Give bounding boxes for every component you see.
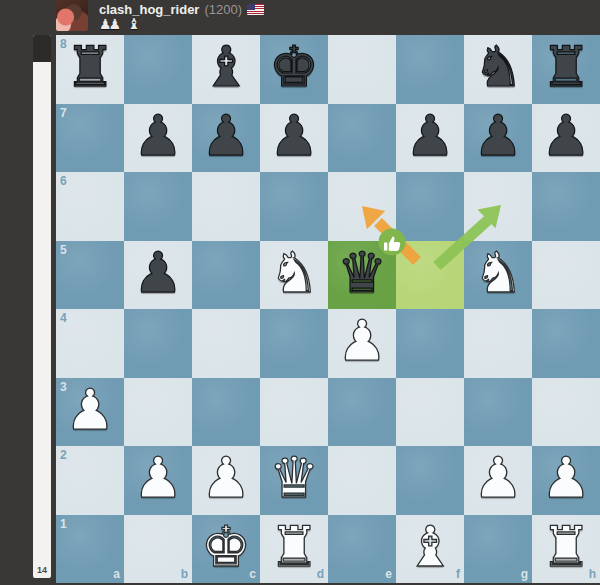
- square-c1[interactable]: c♚: [192, 515, 260, 584]
- square-d4[interactable]: [260, 309, 328, 378]
- square-h7[interactable]: ♟: [532, 104, 600, 173]
- piece-black-rook[interactable]: ♜: [541, 39, 591, 95]
- square-a3[interactable]: 3♟: [56, 378, 124, 447]
- square-g3[interactable]: [464, 378, 532, 447]
- piece-black-bishop[interactable]: ♝: [201, 39, 251, 95]
- player-rating: (1200): [204, 2, 242, 17]
- square-g2[interactable]: ♟: [464, 446, 532, 515]
- square-e6[interactable]: [328, 172, 396, 241]
- square-e2[interactable]: [328, 446, 396, 515]
- square-e1[interactable]: e: [328, 515, 396, 584]
- square-a1[interactable]: 1a: [56, 515, 124, 584]
- square-d1[interactable]: d♜: [260, 515, 328, 584]
- file-label-f: f: [456, 568, 460, 580]
- square-h6[interactable]: [532, 172, 600, 241]
- file-label-e: e: [385, 568, 392, 580]
- square-f7[interactable]: ♟: [396, 104, 464, 173]
- square-d6[interactable]: [260, 172, 328, 241]
- square-f3[interactable]: [396, 378, 464, 447]
- piece-black-pawn[interactable]: ♟: [201, 108, 251, 164]
- piece-black-pawn[interactable]: ♟: [269, 108, 319, 164]
- square-h8[interactable]: ♜: [532, 35, 600, 104]
- player-header: clash_hog_rider (1200) ♟♟♝: [0, 0, 600, 35]
- piece-white-knight[interactable]: ♞: [473, 245, 523, 301]
- square-g5[interactable]: ♞: [464, 241, 532, 310]
- piece-white-rook[interactable]: ♜: [541, 519, 591, 575]
- rank-label-7: 7: [60, 107, 67, 119]
- rank-label-2: 2: [60, 449, 67, 461]
- square-g4[interactable]: [464, 309, 532, 378]
- square-g7[interactable]: ♟: [464, 104, 532, 173]
- piece-black-pawn[interactable]: ♟: [473, 108, 523, 164]
- piece-black-queen[interactable]: ♛: [337, 245, 387, 301]
- square-h4[interactable]: [532, 309, 600, 378]
- square-b4[interactable]: [124, 309, 192, 378]
- square-a8[interactable]: 8♜: [56, 35, 124, 104]
- piece-white-knight[interactable]: ♞: [269, 245, 319, 301]
- square-b1[interactable]: b: [124, 515, 192, 584]
- square-e3[interactable]: [328, 378, 396, 447]
- piece-white-king[interactable]: ♚: [201, 519, 251, 575]
- piece-white-bishop[interactable]: ♝: [405, 519, 455, 575]
- file-label-g: g: [521, 568, 528, 580]
- square-c3[interactable]: [192, 378, 260, 447]
- file-label-a: a: [113, 568, 120, 580]
- square-d5[interactable]: ♞: [260, 241, 328, 310]
- piece-white-queen[interactable]: ♛: [269, 450, 319, 506]
- piece-black-rook[interactable]: ♜: [65, 39, 115, 95]
- rank-label-1: 1: [60, 518, 67, 530]
- square-a4[interactable]: 4: [56, 309, 124, 378]
- square-c2[interactable]: ♟: [192, 446, 260, 515]
- square-b8[interactable]: [124, 35, 192, 104]
- file-label-b: b: [181, 568, 188, 580]
- captured-pawn-icon: ♟: [109, 16, 119, 32]
- piece-white-pawn[interactable]: ♟: [541, 450, 591, 506]
- square-c6[interactable]: [192, 172, 260, 241]
- captured-bishop-icon: ♝: [127, 15, 137, 33]
- square-g1[interactable]: g: [464, 515, 532, 584]
- square-h5[interactable]: [532, 241, 600, 310]
- square-c7[interactable]: ♟: [192, 104, 260, 173]
- piece-black-king[interactable]: ♚: [269, 39, 319, 95]
- rank-label-4: 4: [60, 312, 67, 324]
- piece-white-pawn[interactable]: ♟: [65, 382, 115, 438]
- evaluation-bar-black-section: [33, 35, 51, 62]
- square-e5[interactable]: ♛: [328, 241, 396, 310]
- square-e4[interactable]: ♟: [328, 309, 396, 378]
- piece-black-pawn[interactable]: ♟: [541, 108, 591, 164]
- piece-white-pawn[interactable]: ♟: [201, 450, 251, 506]
- rank-label-6: 6: [60, 175, 67, 187]
- square-e8[interactable]: [328, 35, 396, 104]
- square-f5[interactable]: [396, 241, 464, 310]
- piece-black-pawn[interactable]: ♟: [133, 108, 183, 164]
- square-c8[interactable]: ♝: [192, 35, 260, 104]
- captured-pawn-icon: ♟: [99, 16, 109, 32]
- square-b7[interactable]: ♟: [124, 104, 192, 173]
- square-a5[interactable]: 5: [56, 241, 124, 310]
- square-c5[interactable]: [192, 241, 260, 310]
- square-c4[interactable]: [192, 309, 260, 378]
- us-flag-icon: [247, 4, 264, 15]
- square-d7[interactable]: ♟: [260, 104, 328, 173]
- square-b6[interactable]: [124, 172, 192, 241]
- square-g8[interactable]: ♞: [464, 35, 532, 104]
- piece-white-pawn[interactable]: ♟: [133, 450, 183, 506]
- square-d3[interactable]: [260, 378, 328, 447]
- evaluation-score: 14: [33, 565, 51, 575]
- square-h3[interactable]: [532, 378, 600, 447]
- square-b2[interactable]: ♟: [124, 446, 192, 515]
- square-e7[interactable]: [328, 104, 396, 173]
- square-h2[interactable]: ♟: [532, 446, 600, 515]
- square-f1[interactable]: f♝: [396, 515, 464, 584]
- captured-pieces-tray: ♟♟♝: [99, 15, 138, 32]
- square-a7[interactable]: 7: [56, 104, 124, 173]
- piece-white-pawn[interactable]: ♟: [473, 450, 523, 506]
- square-f4[interactable]: [396, 309, 464, 378]
- square-f6[interactable]: [396, 172, 464, 241]
- board: 8♜♝♚♞♜7♟♟♟♟♟♟65♟♞♛♞4♟3♟2♟♟♛♟♟1abc♚d♜ef♝g…: [56, 35, 600, 583]
- piece-white-pawn[interactable]: ♟: [337, 313, 387, 369]
- square-d8[interactable]: ♚: [260, 35, 328, 104]
- square-f2[interactable]: [396, 446, 464, 515]
- square-g6[interactable]: [464, 172, 532, 241]
- square-f8[interactable]: [396, 35, 464, 104]
- square-d2[interactable]: ♛: [260, 446, 328, 515]
- square-a6[interactable]: 6: [56, 172, 124, 241]
- square-b3[interactable]: [124, 378, 192, 447]
- piece-black-knight[interactable]: ♞: [473, 39, 523, 95]
- square-h1[interactable]: h♜: [532, 515, 600, 584]
- square-b5[interactable]: ♟: [124, 241, 192, 310]
- square-a2[interactable]: 2: [56, 446, 124, 515]
- player-avatar[interactable]: [56, 0, 88, 31]
- piece-black-pawn[interactable]: ♟: [133, 245, 183, 301]
- piece-black-pawn[interactable]: ♟: [405, 108, 455, 164]
- evaluation-bar: 14: [33, 35, 51, 578]
- rank-label-5: 5: [60, 244, 67, 256]
- piece-white-rook[interactable]: ♜: [269, 519, 319, 575]
